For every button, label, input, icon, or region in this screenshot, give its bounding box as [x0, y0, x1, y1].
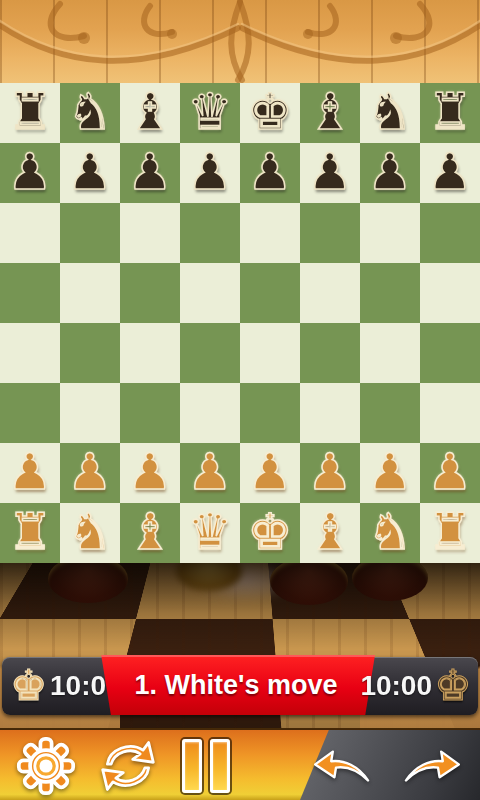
square-f4[interactable]: [300, 323, 360, 383]
square-a8[interactable]: ♜: [0, 83, 60, 143]
square-d1[interactable]: ♛: [180, 503, 240, 563]
white-rook: ♜: [0, 503, 60, 563]
white-pawn: ♟: [420, 443, 480, 503]
carving-ornament: [0, 0, 480, 83]
black-clock: 10:00: [360, 670, 432, 702]
square-e3[interactable]: [240, 383, 300, 443]
status-bar: ♚ 10:00 1. White's move 10:00 ♚: [2, 657, 478, 715]
square-c6[interactable]: [120, 203, 180, 263]
black-pawn: ♟: [120, 143, 180, 203]
square-d6[interactable]: [180, 203, 240, 263]
square-g5[interactable]: [360, 263, 420, 323]
square-h1[interactable]: ♜: [420, 503, 480, 563]
square-a2[interactable]: ♟: [0, 443, 60, 503]
square-f8[interactable]: ♝: [300, 83, 360, 143]
square-b2[interactable]: ♟: [60, 443, 120, 503]
white-king-icon: ♚: [10, 662, 48, 710]
restart-button[interactable]: [98, 736, 158, 796]
black-bishop: ♝: [120, 83, 180, 143]
square-d7[interactable]: ♟: [180, 143, 240, 203]
black-pawn: ♟: [240, 143, 300, 203]
square-c3[interactable]: [120, 383, 180, 443]
square-a3[interactable]: [0, 383, 60, 443]
square-a6[interactable]: [0, 203, 60, 263]
square-c8[interactable]: ♝: [120, 83, 180, 143]
square-e2[interactable]: ♟: [240, 443, 300, 503]
white-pawn: ♟: [360, 443, 420, 503]
square-e5[interactable]: [240, 263, 300, 323]
square-f3[interactable]: [300, 383, 360, 443]
square-f5[interactable]: [300, 263, 360, 323]
redo-button[interactable]: [398, 742, 462, 790]
square-c5[interactable]: [120, 263, 180, 323]
square-e8[interactable]: ♚: [240, 83, 300, 143]
black-king-icon: ♚: [434, 662, 472, 710]
black-rook: ♜: [0, 83, 60, 143]
square-e4[interactable]: [240, 323, 300, 383]
white-queen: ♛: [180, 503, 240, 563]
black-knight: ♞: [360, 83, 420, 143]
black-queen: ♛: [180, 83, 240, 143]
forward-arrow-icon: [398, 742, 462, 790]
pause-button[interactable]: [182, 736, 230, 796]
black-pawn: ♟: [420, 143, 480, 203]
square-h2[interactable]: ♟: [420, 443, 480, 503]
black-pawn: ♟: [0, 143, 60, 203]
square-g1[interactable]: ♞: [360, 503, 420, 563]
square-h3[interactable]: [420, 383, 480, 443]
white-knight: ♞: [60, 503, 120, 563]
white-pawn: ♟: [300, 443, 360, 503]
white-pawn: ♟: [0, 443, 60, 503]
black-rook: ♜: [420, 83, 480, 143]
square-h4[interactable]: [420, 323, 480, 383]
square-g2[interactable]: ♟: [360, 443, 420, 503]
square-h6[interactable]: [420, 203, 480, 263]
black-pawn: ♟: [300, 143, 360, 203]
square-f1[interactable]: ♝: [300, 503, 360, 563]
square-g4[interactable]: [360, 323, 420, 383]
square-h5[interactable]: [420, 263, 480, 323]
square-e1[interactable]: ♚: [240, 503, 300, 563]
square-e6[interactable]: [240, 203, 300, 263]
white-bishop: ♝: [120, 503, 180, 563]
gear-icon: [16, 736, 76, 796]
square-c4[interactable]: [120, 323, 180, 383]
square-g6[interactable]: [360, 203, 420, 263]
black-pawn: ♟: [60, 143, 120, 203]
black-bishop: ♝: [300, 83, 360, 143]
square-d2[interactable]: ♟: [180, 443, 240, 503]
square-b6[interactable]: [60, 203, 120, 263]
settings-button[interactable]: [16, 736, 76, 796]
black-king: ♚: [240, 83, 300, 143]
square-b1[interactable]: ♞: [60, 503, 120, 563]
refresh-icon: [98, 736, 158, 796]
square-f2[interactable]: ♟: [300, 443, 360, 503]
square-f7[interactable]: ♟: [300, 143, 360, 203]
white-king: ♚: [240, 503, 300, 563]
undo-button[interactable]: [312, 742, 376, 790]
black-pawn: ♟: [180, 143, 240, 203]
square-g3[interactable]: [360, 383, 420, 443]
square-a1[interactable]: ♜: [0, 503, 60, 563]
square-g8[interactable]: ♞: [360, 83, 420, 143]
white-bishop: ♝: [300, 503, 360, 563]
square-d3[interactable]: [180, 383, 240, 443]
square-g7[interactable]: ♟: [360, 143, 420, 203]
pause-icon: [182, 736, 230, 796]
square-b8[interactable]: ♞: [60, 83, 120, 143]
square-d8[interactable]: ♛: [180, 83, 240, 143]
square-b7[interactable]: ♟: [60, 143, 120, 203]
white-rook: ♜: [420, 503, 480, 563]
square-c7[interactable]: ♟: [120, 143, 180, 203]
black-pawn: ♟: [360, 143, 420, 203]
square-e7[interactable]: ♟: [240, 143, 300, 203]
square-a7[interactable]: ♟: [0, 143, 60, 203]
square-c2[interactable]: ♟: [120, 443, 180, 503]
square-f6[interactable]: [300, 203, 360, 263]
move-banner: 1. White's move: [97, 655, 375, 715]
square-d4[interactable]: [180, 323, 240, 383]
white-knight: ♞: [360, 503, 420, 563]
white-pawn: ♟: [120, 443, 180, 503]
chess-app-screen: ♜♞♝♛♚♝♞♜♟♟♟♟♟♟♟♟♟♟♟♟♟♟♟♟♜♞♝♛♚♝♞♜ ♚ 10:00…: [0, 0, 480, 800]
square-h8[interactable]: ♜: [420, 83, 480, 143]
white-pawn: ♟: [60, 443, 120, 503]
back-arrow-icon: [312, 742, 376, 790]
wood-header: [0, 0, 480, 83]
chess-board[interactable]: ♜♞♝♛♚♝♞♜♟♟♟♟♟♟♟♟♟♟♟♟♟♟♟♟♜♞♝♛♚♝♞♜: [0, 83, 480, 563]
square-a5[interactable]: [0, 263, 60, 323]
square-b4[interactable]: [60, 323, 120, 383]
square-b5[interactable]: [60, 263, 120, 323]
square-b3[interactable]: [60, 383, 120, 443]
white-pawn: ♟: [180, 443, 240, 503]
square-c1[interactable]: ♝: [120, 503, 180, 563]
square-d5[interactable]: [180, 263, 240, 323]
black-knight: ♞: [60, 83, 120, 143]
white-pawn: ♟: [240, 443, 300, 503]
square-a4[interactable]: [0, 323, 60, 383]
square-h7[interactable]: ♟: [420, 143, 480, 203]
move-text: 1. White's move: [135, 670, 338, 701]
bottom-toolbar: [0, 728, 480, 800]
